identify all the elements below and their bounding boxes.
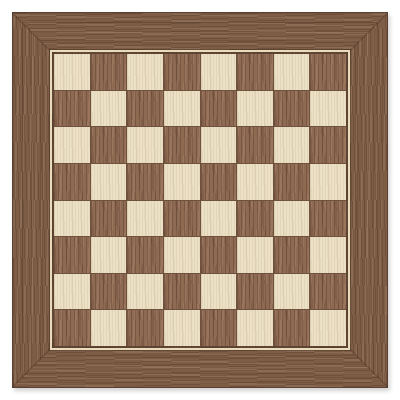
frame-bottom-rail: [13, 346, 387, 387]
square-c5[interactable]: [127, 164, 163, 200]
square-a7[interactable]: [54, 91, 90, 127]
square-e8[interactable]: [201, 54, 237, 90]
square-f3[interactable]: [237, 237, 273, 273]
square-f7[interactable]: [237, 91, 273, 127]
square-c2[interactable]: [127, 274, 163, 310]
square-b4[interactable]: [91, 201, 127, 237]
square-d7[interactable]: [164, 91, 200, 127]
square-g1[interactable]: [274, 310, 310, 346]
square-g3[interactable]: [274, 237, 310, 273]
square-d3[interactable]: [164, 237, 200, 273]
square-g4[interactable]: [274, 201, 310, 237]
square-a3[interactable]: [54, 237, 90, 273]
square-c4[interactable]: [127, 201, 163, 237]
square-h7[interactable]: [310, 91, 346, 127]
square-f4[interactable]: [237, 201, 273, 237]
frame-top-rail: [13, 13, 387, 54]
square-h6[interactable]: [310, 127, 346, 163]
board-squares-grid: [54, 54, 346, 346]
product-photo-background: [0, 0, 400, 400]
square-e3[interactable]: [201, 237, 237, 273]
square-f8[interactable]: [237, 54, 273, 90]
square-c1[interactable]: [127, 310, 163, 346]
square-b7[interactable]: [91, 91, 127, 127]
square-h2[interactable]: [310, 274, 346, 310]
square-a2[interactable]: [54, 274, 90, 310]
square-c3[interactable]: [127, 237, 163, 273]
square-a4[interactable]: [54, 201, 90, 237]
frame-left-rail: [13, 13, 54, 387]
square-d5[interactable]: [164, 164, 200, 200]
square-f5[interactable]: [237, 164, 273, 200]
square-f2[interactable]: [237, 274, 273, 310]
square-c7[interactable]: [127, 91, 163, 127]
square-f6[interactable]: [237, 127, 273, 163]
square-e1[interactable]: [201, 310, 237, 346]
square-b5[interactable]: [91, 164, 127, 200]
square-g5[interactable]: [274, 164, 310, 200]
square-d2[interactable]: [164, 274, 200, 310]
square-a1[interactable]: [54, 310, 90, 346]
square-d6[interactable]: [164, 127, 200, 163]
square-h3[interactable]: [310, 237, 346, 273]
square-e4[interactable]: [201, 201, 237, 237]
square-b1[interactable]: [91, 310, 127, 346]
square-h1[interactable]: [310, 310, 346, 346]
square-g8[interactable]: [274, 54, 310, 90]
square-b3[interactable]: [91, 237, 127, 273]
square-g7[interactable]: [274, 91, 310, 127]
square-d8[interactable]: [164, 54, 200, 90]
square-d1[interactable]: [164, 310, 200, 346]
square-e5[interactable]: [201, 164, 237, 200]
square-b2[interactable]: [91, 274, 127, 310]
square-h4[interactable]: [310, 201, 346, 237]
square-b6[interactable]: [91, 127, 127, 163]
square-h8[interactable]: [310, 54, 346, 90]
square-c8[interactable]: [127, 54, 163, 90]
chess-board: [12, 12, 388, 388]
square-a8[interactable]: [54, 54, 90, 90]
square-g6[interactable]: [274, 127, 310, 163]
square-a6[interactable]: [54, 127, 90, 163]
square-e6[interactable]: [201, 127, 237, 163]
square-e2[interactable]: [201, 274, 237, 310]
square-d4[interactable]: [164, 201, 200, 237]
square-g2[interactable]: [274, 274, 310, 310]
square-c6[interactable]: [127, 127, 163, 163]
square-a5[interactable]: [54, 164, 90, 200]
square-b8[interactable]: [91, 54, 127, 90]
square-f1[interactable]: [237, 310, 273, 346]
square-e7[interactable]: [201, 91, 237, 127]
frame-right-rail: [346, 13, 387, 387]
square-h5[interactable]: [310, 164, 346, 200]
